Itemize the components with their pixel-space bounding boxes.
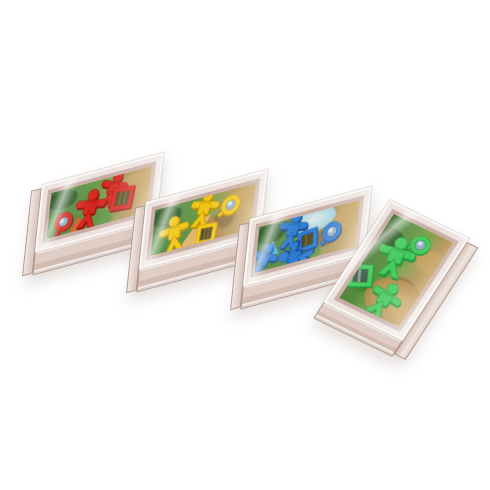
product-photo-scene [0, 0, 490, 490]
yellow-gate-frame-token [192, 219, 221, 249]
